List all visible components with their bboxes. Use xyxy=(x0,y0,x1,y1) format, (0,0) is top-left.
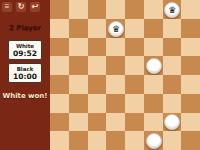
board-square[interactable] xyxy=(88,94,107,113)
menu-icon: ≡ xyxy=(5,2,10,11)
board-square[interactable] xyxy=(163,38,182,57)
board-square[interactable] xyxy=(50,19,69,38)
board-square[interactable] xyxy=(69,19,88,38)
board-square[interactable] xyxy=(106,75,125,94)
board-square[interactable] xyxy=(69,0,88,19)
board-square[interactable] xyxy=(69,56,88,75)
board-square[interactable] xyxy=(50,0,69,19)
board-square[interactable] xyxy=(181,94,200,113)
board-square[interactable] xyxy=(50,94,69,113)
black-clock: Black 10:00 xyxy=(8,63,42,83)
board-square[interactable] xyxy=(69,131,88,150)
board-square[interactable]: ♛ xyxy=(106,19,125,38)
board-square[interactable] xyxy=(106,56,125,75)
board-square[interactable] xyxy=(50,131,69,150)
board-square[interactable] xyxy=(181,113,200,132)
board-square[interactable] xyxy=(144,75,163,94)
white-man-piece[interactable] xyxy=(164,114,180,130)
board: ♛♛ xyxy=(50,0,200,150)
undo-button[interactable]: ↩ xyxy=(30,2,40,12)
board-square[interactable] xyxy=(163,19,182,38)
board-square[interactable] xyxy=(106,131,125,150)
board-square[interactable] xyxy=(50,38,69,57)
board-square[interactable] xyxy=(106,113,125,132)
crown-icon: ♛ xyxy=(165,3,179,17)
board-square[interactable] xyxy=(144,0,163,19)
board-square[interactable] xyxy=(88,19,107,38)
white-man-piece[interactable] xyxy=(146,133,162,149)
board-square[interactable] xyxy=(144,19,163,38)
board-square[interactable] xyxy=(106,0,125,19)
board-square[interactable] xyxy=(125,0,144,19)
board-square[interactable] xyxy=(69,94,88,113)
menu-button[interactable]: ≡ xyxy=(2,2,12,12)
board-square[interactable] xyxy=(144,131,163,150)
checkers-app: ≡ ↻ ↩ 2 Player White 09:52 Black 10:00 W… xyxy=(0,0,200,150)
board-square[interactable] xyxy=(125,75,144,94)
white-clock-time: 09:52 xyxy=(9,49,41,58)
board-square[interactable] xyxy=(88,131,107,150)
restart-icon: ↻ xyxy=(18,2,25,11)
board-square[interactable] xyxy=(144,38,163,57)
white-king-piece[interactable]: ♛ xyxy=(108,21,124,37)
undo-icon: ↩ xyxy=(32,2,39,11)
board-square[interactable] xyxy=(163,75,182,94)
board-square[interactable] xyxy=(69,75,88,94)
sidebar: ≡ ↻ ↩ 2 Player White 09:52 Black 10:00 W… xyxy=(0,0,50,150)
board-square[interactable] xyxy=(144,56,163,75)
board-square[interactable] xyxy=(88,113,107,132)
board-square[interactable] xyxy=(181,0,200,19)
board-square[interactable] xyxy=(88,38,107,57)
board-square[interactable]: ♛ xyxy=(163,0,182,19)
status-message: White won! xyxy=(0,92,50,100)
board-square[interactable] xyxy=(163,56,182,75)
board-square[interactable] xyxy=(163,131,182,150)
white-king-piece[interactable]: ♛ xyxy=(164,2,180,18)
board-square[interactable] xyxy=(88,56,107,75)
board-square[interactable] xyxy=(125,113,144,132)
board-square[interactable] xyxy=(144,113,163,132)
black-clock-time: 10:00 xyxy=(9,72,41,81)
crown-icon: ♛ xyxy=(109,22,123,36)
board-square[interactable] xyxy=(163,94,182,113)
board-square[interactable] xyxy=(181,19,200,38)
white-man-piece[interactable] xyxy=(146,58,162,74)
board-square[interactable] xyxy=(181,131,200,150)
restart-button[interactable]: ↻ xyxy=(16,2,26,12)
board-square[interactable] xyxy=(50,113,69,132)
board-square[interactable] xyxy=(69,38,88,57)
board-square[interactable] xyxy=(50,75,69,94)
board-square[interactable] xyxy=(125,131,144,150)
board-square[interactable] xyxy=(50,56,69,75)
board-square[interactable] xyxy=(106,94,125,113)
board-square[interactable] xyxy=(181,56,200,75)
board-square[interactable] xyxy=(106,38,125,57)
board-square[interactable] xyxy=(144,94,163,113)
board-square[interactable] xyxy=(88,75,107,94)
board-square[interactable] xyxy=(181,38,200,57)
board-square[interactable] xyxy=(88,0,107,19)
game-mode-label: 2 Player xyxy=(0,24,50,32)
board-square[interactable] xyxy=(69,113,88,132)
board-square[interactable] xyxy=(163,113,182,132)
toolbar: ≡ ↻ ↩ xyxy=(0,0,50,12)
board-square[interactable] xyxy=(125,19,144,38)
board-square[interactable] xyxy=(125,38,144,57)
white-clock: White 09:52 xyxy=(8,40,42,60)
board-square[interactable] xyxy=(125,56,144,75)
board-square[interactable] xyxy=(125,94,144,113)
board-square[interactable] xyxy=(181,75,200,94)
